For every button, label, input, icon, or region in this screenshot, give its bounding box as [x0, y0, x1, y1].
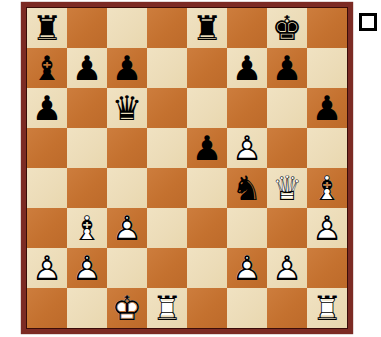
square-e2[interactable]	[187, 248, 227, 288]
black-rook[interactable]: ♜	[27, 8, 67, 48]
white-pawn[interactable]: ♟♙	[307, 208, 347, 248]
white-pawn[interactable]: ♟♙	[267, 248, 307, 288]
white-king[interactable]: ♚♔	[107, 288, 147, 328]
square-d7[interactable]	[147, 48, 187, 88]
piece-outline: ♗	[67, 208, 107, 248]
square-g1[interactable]	[267, 288, 307, 328]
piece-outline: ♖	[147, 288, 187, 328]
square-f1[interactable]	[227, 288, 267, 328]
black-pawn[interactable]: ♟	[27, 88, 67, 128]
square-b2[interactable]: ♟♙	[67, 248, 107, 288]
black-rook[interactable]: ♜	[187, 8, 227, 48]
piece-outline: ♙	[107, 208, 147, 248]
square-g5[interactable]	[267, 128, 307, 168]
square-d1[interactable]: ♜♖	[147, 288, 187, 328]
square-d2[interactable]	[147, 248, 187, 288]
square-f4[interactable]: ♞	[227, 168, 267, 208]
square-a6[interactable]: ♟	[27, 88, 67, 128]
square-b6[interactable]	[67, 88, 107, 128]
square-g8[interactable]: ♚	[267, 8, 307, 48]
side-to-move-indicator	[359, 13, 377, 31]
square-e6[interactable]	[187, 88, 227, 128]
square-h4[interactable]: ♝♗	[307, 168, 347, 208]
piece-outline: ♙	[67, 248, 107, 288]
square-f5[interactable]: ♟♙	[227, 128, 267, 168]
piece-glyph: ♟	[107, 48, 147, 88]
square-g3[interactable]	[267, 208, 307, 248]
white-queen[interactable]: ♛♕	[267, 168, 307, 208]
square-f2[interactable]: ♟♙	[227, 248, 267, 288]
square-c8[interactable]	[107, 8, 147, 48]
square-c4[interactable]	[107, 168, 147, 208]
black-pawn[interactable]: ♟	[227, 48, 267, 88]
square-c6[interactable]: ♛	[107, 88, 147, 128]
square-g4[interactable]: ♛♕	[267, 168, 307, 208]
piece-glyph: ♟	[67, 48, 107, 88]
square-c3[interactable]: ♟♙	[107, 208, 147, 248]
white-pawn[interactable]: ♟♙	[27, 248, 67, 288]
piece-outline: ♙	[267, 248, 307, 288]
square-c1[interactable]: ♚♔	[107, 288, 147, 328]
square-f3[interactable]	[227, 208, 267, 248]
piece-outline: ♙	[227, 248, 267, 288]
black-king[interactable]: ♚	[267, 8, 307, 48]
piece-outline: ♗	[307, 168, 347, 208]
square-f8[interactable]	[227, 8, 267, 48]
square-g7[interactable]: ♟	[267, 48, 307, 88]
black-knight[interactable]: ♞	[227, 168, 267, 208]
square-e1[interactable]	[187, 288, 227, 328]
square-a2[interactable]: ♟♙	[27, 248, 67, 288]
white-rook[interactable]: ♜♖	[147, 288, 187, 328]
black-queen[interactable]: ♛	[107, 88, 147, 128]
square-b4[interactable]	[67, 168, 107, 208]
square-a8[interactable]: ♜	[27, 8, 67, 48]
square-b5[interactable]	[67, 128, 107, 168]
square-a5[interactable]	[27, 128, 67, 168]
square-d5[interactable]	[147, 128, 187, 168]
square-d6[interactable]	[147, 88, 187, 128]
piece-glyph: ♜	[27, 8, 67, 48]
white-pawn[interactable]: ♟♙	[107, 208, 147, 248]
black-pawn[interactable]: ♟	[107, 48, 147, 88]
square-a3[interactable]	[27, 208, 67, 248]
square-b1[interactable]	[67, 288, 107, 328]
square-b7[interactable]: ♟	[67, 48, 107, 88]
square-h2[interactable]	[307, 248, 347, 288]
square-h1[interactable]: ♜♖	[307, 288, 347, 328]
square-h7[interactable]	[307, 48, 347, 88]
square-c7[interactable]: ♟	[107, 48, 147, 88]
white-rook[interactable]: ♜♖	[307, 288, 347, 328]
square-b8[interactable]	[67, 8, 107, 48]
piece-glyph: ♚	[267, 8, 307, 48]
black-pawn[interactable]: ♟	[307, 88, 347, 128]
piece-glyph: ♝	[27, 48, 67, 88]
square-f7[interactable]: ♟	[227, 48, 267, 88]
square-d3[interactable]	[147, 208, 187, 248]
square-c2[interactable]	[107, 248, 147, 288]
black-bishop[interactable]: ♝	[27, 48, 67, 88]
square-a4[interactable]	[27, 168, 67, 208]
piece-outline: ♖	[307, 288, 347, 328]
piece-outline: ♔	[107, 288, 147, 328]
square-d4[interactable]	[147, 168, 187, 208]
square-h6[interactable]: ♟	[307, 88, 347, 128]
white-pawn[interactable]: ♟♙	[227, 248, 267, 288]
square-b3[interactable]: ♝♗	[67, 208, 107, 248]
piece-outline: ♕	[267, 168, 307, 208]
square-e4[interactable]	[187, 168, 227, 208]
black-pawn[interactable]: ♟	[267, 48, 307, 88]
piece-glyph: ♟	[227, 48, 267, 88]
piece-glyph: ♜	[187, 8, 227, 48]
square-e5[interactable]: ♟	[187, 128, 227, 168]
square-h5[interactable]	[307, 128, 347, 168]
white-bishop[interactable]: ♝♗	[307, 168, 347, 208]
chess-board-frame: ♜♜♚♝♟♟♟♟♟♛♟♟♟♙♞♛♕♝♗♝♗♟♙♟♙♟♙♟♙♟♙♟♙♚♔♜♖♜♖	[21, 2, 353, 334]
white-bishop[interactable]: ♝♗	[67, 208, 107, 248]
white-pawn[interactable]: ♟♙	[67, 248, 107, 288]
black-pawn[interactable]: ♟	[67, 48, 107, 88]
square-e3[interactable]	[187, 208, 227, 248]
chess-board[interactable]: ♜♜♚♝♟♟♟♟♟♛♟♟♟♙♞♛♕♝♗♝♗♟♙♟♙♟♙♟♙♟♙♟♙♚♔♜♖♜♖	[27, 8, 347, 328]
square-a1[interactable]	[27, 288, 67, 328]
piece-glyph: ♟	[267, 48, 307, 88]
square-e8[interactable]: ♜	[187, 8, 227, 48]
square-e7[interactable]	[187, 48, 227, 88]
square-f6[interactable]	[227, 88, 267, 128]
square-h8[interactable]	[307, 8, 347, 48]
square-a7[interactable]: ♝	[27, 48, 67, 88]
piece-glyph: ♟	[187, 128, 227, 168]
piece-outline: ♙	[227, 128, 267, 168]
square-g6[interactable]	[267, 88, 307, 128]
square-h3[interactable]: ♟♙	[307, 208, 347, 248]
square-g2[interactable]: ♟♙	[267, 248, 307, 288]
piece-glyph: ♞	[227, 168, 267, 208]
piece-outline: ♙	[307, 208, 347, 248]
black-pawn[interactable]: ♟	[187, 128, 227, 168]
square-c5[interactable]	[107, 128, 147, 168]
square-d8[interactable]	[147, 8, 187, 48]
white-pawn[interactable]: ♟♙	[227, 128, 267, 168]
piece-glyph: ♛	[107, 88, 147, 128]
piece-glyph: ♟	[27, 88, 67, 128]
piece-glyph: ♟	[307, 88, 347, 128]
piece-outline: ♙	[27, 248, 67, 288]
